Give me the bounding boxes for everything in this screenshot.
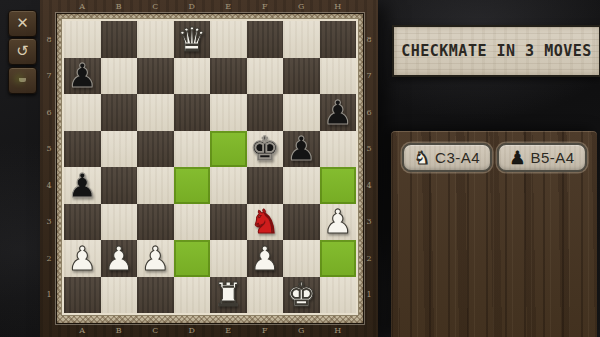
square-h1[interactable] xyxy=(320,277,357,314)
square-c1[interactable] xyxy=(137,277,174,314)
square-e5[interactable] xyxy=(210,131,247,168)
white-pawn-f2[interactable]: ♟ xyxy=(250,242,280,275)
square-b8[interactable] xyxy=(101,21,138,58)
coord-label: 1 xyxy=(363,277,375,314)
move-label: C3-A4 xyxy=(435,149,480,166)
square-d7[interactable] xyxy=(174,58,211,95)
move-label: B5-A4 xyxy=(530,149,574,166)
coord-label: E xyxy=(210,325,247,336)
coord-label: 3 xyxy=(363,204,375,241)
square-g8[interactable] xyxy=(283,21,320,58)
square-d8[interactable]: ♛ xyxy=(174,21,211,58)
square-g6[interactable] xyxy=(283,94,320,131)
coord-label: E xyxy=(210,1,247,12)
square-f1[interactable] xyxy=(247,277,284,314)
restart-button[interactable]: ↺ xyxy=(8,38,37,65)
file-labels-top: ABCDEFGH xyxy=(64,1,356,12)
coord-label: C xyxy=(137,325,174,336)
close-button[interactable]: ✕ xyxy=(8,10,37,37)
black-pawn-h6[interactable]: ♟ xyxy=(323,96,353,129)
white-pawn-b2[interactable]: ♟ xyxy=(104,242,134,275)
square-b5[interactable] xyxy=(101,131,138,168)
square-f6[interactable] xyxy=(247,94,284,131)
black-pawn-a7[interactable]: ♟ xyxy=(67,59,97,92)
rank-labels-left: 87654321 xyxy=(43,21,55,313)
square-d3[interactable] xyxy=(174,204,211,241)
square-e4[interactable] xyxy=(210,167,247,204)
coord-label: 7 xyxy=(43,58,55,95)
square-e3[interactable] xyxy=(210,204,247,241)
square-a8[interactable] xyxy=(64,21,101,58)
white-king-g1[interactable]: ♚ xyxy=(286,278,316,311)
square-d2[interactable] xyxy=(174,240,211,277)
square-b7[interactable] xyxy=(101,58,138,95)
square-b1[interactable] xyxy=(101,277,138,314)
coord-label: 5 xyxy=(43,131,55,168)
coord-label: H xyxy=(320,1,357,12)
square-a3[interactable] xyxy=(64,204,101,241)
coord-label: A xyxy=(64,325,101,336)
square-c4[interactable] xyxy=(137,167,174,204)
square-g5[interactable]: ♟ xyxy=(283,131,320,168)
coord-label: 6 xyxy=(363,94,375,131)
square-e2[interactable] xyxy=(210,240,247,277)
coord-label: 6 xyxy=(43,94,55,131)
coord-label: F xyxy=(247,1,284,12)
square-c2[interactable]: ♟ xyxy=(137,240,174,277)
white-queen-d8[interactable]: ♛ xyxy=(177,23,207,56)
coord-label: 5 xyxy=(363,131,375,168)
square-g3[interactable] xyxy=(283,204,320,241)
coord-label: D xyxy=(174,1,211,12)
lightbulb-icon xyxy=(19,79,26,82)
hint-button[interactable] xyxy=(8,67,37,94)
move-button-pawn-b5-a4[interactable]: ♟ B5-A4 xyxy=(497,143,587,172)
square-d4[interactable] xyxy=(174,167,211,204)
square-g2[interactable] xyxy=(283,240,320,277)
square-c8[interactable] xyxy=(137,21,174,58)
square-f4[interactable] xyxy=(247,167,284,204)
square-h4[interactable] xyxy=(320,167,357,204)
black-pawn-icon: ♟ xyxy=(509,149,525,167)
white-knight-f3[interactable]: ♞ xyxy=(250,205,280,238)
square-b6[interactable] xyxy=(101,94,138,131)
objective-plaque: CHECKMATE IN 3 MOVES xyxy=(392,25,600,77)
square-b4[interactable] xyxy=(101,167,138,204)
square-a6[interactable] xyxy=(64,94,101,131)
white-pawn-c2[interactable]: ♟ xyxy=(140,242,170,275)
square-f2[interactable]: ♟ xyxy=(247,240,284,277)
square-d6[interactable] xyxy=(174,94,211,131)
coord-label: 4 xyxy=(43,167,55,204)
square-h8[interactable] xyxy=(320,21,357,58)
square-a7[interactable]: ♟ xyxy=(64,58,101,95)
objective-text: CHECKMATE IN 3 MOVES xyxy=(401,42,592,60)
square-a2[interactable]: ♟ xyxy=(64,240,101,277)
coord-label: C xyxy=(137,1,174,12)
restart-icon: ↺ xyxy=(16,44,29,59)
black-pawn-g5[interactable]: ♟ xyxy=(286,132,316,165)
black-pawn-a4[interactable]: ♟ xyxy=(67,169,97,202)
coord-label: F xyxy=(247,325,284,336)
square-e7[interactable] xyxy=(210,58,247,95)
coord-label: B xyxy=(101,325,138,336)
square-h7[interactable] xyxy=(320,58,357,95)
square-a1[interactable] xyxy=(64,277,101,314)
move-history-panel: ♞ C3-A4 ♟ B5-A4 xyxy=(391,131,597,337)
coord-label: 8 xyxy=(43,21,55,58)
coord-label: 4 xyxy=(363,167,375,204)
square-g7[interactable] xyxy=(283,58,320,95)
square-h5[interactable] xyxy=(320,131,357,168)
square-b3[interactable] xyxy=(101,204,138,241)
square-g1[interactable]: ♚ xyxy=(283,277,320,314)
square-b2[interactable]: ♟ xyxy=(101,240,138,277)
white-rook-e1[interactable]: ♜ xyxy=(213,278,243,311)
coord-label: 7 xyxy=(363,58,375,95)
square-e8[interactable] xyxy=(210,21,247,58)
coord-label: D xyxy=(174,325,211,336)
coord-label: 1 xyxy=(43,277,55,314)
square-a5[interactable] xyxy=(64,131,101,168)
board-squares: ♛♟♟♚♟♟♞♟♟♟♟♟♜♚ xyxy=(64,21,356,313)
square-h6[interactable]: ♟ xyxy=(320,94,357,131)
coord-label: 2 xyxy=(363,240,375,277)
square-e1[interactable]: ♜ xyxy=(210,277,247,314)
square-h2[interactable] xyxy=(320,240,357,277)
square-c3[interactable] xyxy=(137,204,174,241)
square-c7[interactable] xyxy=(137,58,174,95)
square-f7[interactable] xyxy=(247,58,284,95)
white-pawn-h3[interactable]: ♟ xyxy=(323,205,353,238)
square-e6[interactable] xyxy=(210,94,247,131)
coord-label: A xyxy=(64,1,101,12)
coord-label: 8 xyxy=(363,21,375,58)
close-icon: ✕ xyxy=(16,16,29,31)
square-f8[interactable] xyxy=(247,21,284,58)
chess-board-frame: ABCDEFGH ABCDEFGH 87654321 87654321 ♛♟♟♚… xyxy=(40,0,378,337)
coord-label: 3 xyxy=(43,204,55,241)
coord-label: B xyxy=(101,1,138,12)
file-labels-bottom: ABCDEFGH xyxy=(64,325,356,336)
square-g4[interactable] xyxy=(283,167,320,204)
square-f3[interactable]: ♞ xyxy=(247,204,284,241)
square-d1[interactable] xyxy=(174,277,211,314)
square-d5[interactable] xyxy=(174,131,211,168)
square-a4[interactable]: ♟ xyxy=(64,167,101,204)
coord-label: G xyxy=(283,325,320,336)
white-knight-icon: ♞ xyxy=(414,149,430,167)
black-king-f5[interactable]: ♚ xyxy=(250,132,280,165)
square-h3[interactable]: ♟ xyxy=(320,204,357,241)
white-pawn-a2[interactable]: ♟ xyxy=(67,242,97,275)
coord-label: G xyxy=(283,1,320,12)
move-button-knight-c3-a4[interactable]: ♞ C3-A4 xyxy=(402,143,492,172)
square-c5[interactable] xyxy=(137,131,174,168)
square-c6[interactable] xyxy=(137,94,174,131)
coord-label: H xyxy=(320,325,357,336)
rank-labels-right: 87654321 xyxy=(363,21,375,313)
square-f5[interactable]: ♚ xyxy=(247,131,284,168)
coord-label: 2 xyxy=(43,240,55,277)
